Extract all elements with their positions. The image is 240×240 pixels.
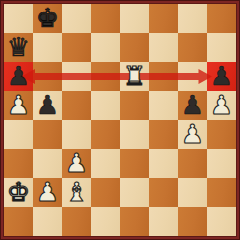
piece-white-king-a2[interactable]: ♚ (7, 178, 30, 207)
piece-white-pawn-c3[interactable]: ♟ (65, 149, 88, 178)
square-b4[interactable] (33, 120, 62, 149)
square-g2[interactable] (178, 178, 207, 207)
piece-white-pawn-a5[interactable]: ♟ (7, 91, 30, 120)
square-a7[interactable]: ♛ (4, 33, 33, 62)
square-b6[interactable] (33, 62, 62, 91)
square-e8[interactable] (120, 4, 149, 33)
chess-board: ♚♛♟♜♟♟♟♟♟♟♟♚♟♝ (4, 4, 236, 236)
square-g4[interactable]: ♟ (178, 120, 207, 149)
square-g1[interactable] (178, 207, 207, 236)
square-c6[interactable] (62, 62, 91, 91)
piece-white-bishop-c2[interactable]: ♝ (65, 178, 88, 207)
square-c4[interactable] (62, 120, 91, 149)
piece-black-pawn-b5[interactable]: ♟ (36, 91, 59, 120)
square-b8[interactable]: ♚ (33, 4, 62, 33)
square-e5[interactable] (120, 91, 149, 120)
square-a3[interactable] (4, 149, 33, 178)
square-d5[interactable] (91, 91, 120, 120)
square-e6[interactable]: ♜ (120, 62, 149, 91)
square-d1[interactable] (91, 207, 120, 236)
square-a1[interactable] (4, 207, 33, 236)
square-g5[interactable]: ♟ (178, 91, 207, 120)
square-a8[interactable] (4, 4, 33, 33)
square-b3[interactable] (33, 149, 62, 178)
square-h8[interactable] (207, 4, 236, 33)
square-f8[interactable] (149, 4, 178, 33)
square-e7[interactable] (120, 33, 149, 62)
square-d3[interactable] (91, 149, 120, 178)
square-d2[interactable] (91, 178, 120, 207)
square-e4[interactable] (120, 120, 149, 149)
square-f4[interactable] (149, 120, 178, 149)
square-d8[interactable] (91, 4, 120, 33)
square-a6[interactable]: ♟ (4, 62, 33, 91)
square-c5[interactable] (62, 91, 91, 120)
piece-white-pawn-g4[interactable]: ♟ (181, 120, 204, 149)
square-d6[interactable] (91, 62, 120, 91)
piece-black-pawn-a6[interactable]: ♟ (7, 62, 30, 91)
square-g8[interactable] (178, 4, 207, 33)
square-f5[interactable] (149, 91, 178, 120)
square-h6[interactable]: ♟ (207, 62, 236, 91)
square-c7[interactable] (62, 33, 91, 62)
square-c2[interactable]: ♝ (62, 178, 91, 207)
square-f6[interactable] (149, 62, 178, 91)
piece-white-rook-e6[interactable]: ♜ (123, 62, 146, 91)
square-f7[interactable] (149, 33, 178, 62)
square-h7[interactable] (207, 33, 236, 62)
square-e2[interactable] (120, 178, 149, 207)
square-a4[interactable] (4, 120, 33, 149)
square-c1[interactable] (62, 207, 91, 236)
square-b2[interactable]: ♟ (33, 178, 62, 207)
square-e1[interactable] (120, 207, 149, 236)
square-a2[interactable]: ♚ (4, 178, 33, 207)
square-h5[interactable]: ♟ (207, 91, 236, 120)
square-d4[interactable] (91, 120, 120, 149)
piece-white-pawn-h5[interactable]: ♟ (210, 91, 233, 120)
square-b5[interactable]: ♟ (33, 91, 62, 120)
square-f3[interactable] (149, 149, 178, 178)
piece-black-pawn-g5[interactable]: ♟ (181, 91, 204, 120)
square-g6[interactable] (178, 62, 207, 91)
square-f1[interactable] (149, 207, 178, 236)
square-h2[interactable] (207, 178, 236, 207)
square-b1[interactable] (33, 207, 62, 236)
square-e3[interactable] (120, 149, 149, 178)
piece-black-pawn-h6[interactable]: ♟ (210, 62, 233, 91)
square-c8[interactable] (62, 4, 91, 33)
square-h4[interactable] (207, 120, 236, 149)
board-frame: ♚♛♟♜♟♟♟♟♟♟♟♚♟♝ (0, 0, 240, 240)
square-g7[interactable] (178, 33, 207, 62)
square-d7[interactable] (91, 33, 120, 62)
square-g3[interactable] (178, 149, 207, 178)
square-h1[interactable] (207, 207, 236, 236)
square-c3[interactable]: ♟ (62, 149, 91, 178)
piece-black-king-b8[interactable]: ♚ (36, 4, 59, 33)
square-h3[interactable] (207, 149, 236, 178)
piece-white-pawn-b2[interactable]: ♟ (36, 178, 59, 207)
square-f2[interactable] (149, 178, 178, 207)
square-b7[interactable] (33, 33, 62, 62)
piece-black-queen-a7[interactable]: ♛ (7, 33, 30, 62)
square-a5[interactable]: ♟ (4, 91, 33, 120)
